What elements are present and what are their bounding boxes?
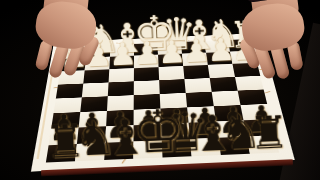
- square-d5[interactable]: [160, 93, 187, 109]
- square-h7[interactable]: ♟: [49, 128, 79, 146]
- square-h8[interactable]: ♜: [46, 144, 77, 163]
- square-f5[interactable]: [107, 95, 134, 111]
- square-c3[interactable]: [183, 65, 210, 79]
- square-c6[interactable]: [187, 106, 216, 123]
- white-bishop: ♝: [109, 20, 134, 56]
- square-g5[interactable]: [80, 96, 108, 112]
- square-e8[interactable]: ♚: [133, 140, 162, 159]
- right-hand: [226, 0, 314, 86]
- square-f3[interactable]: [109, 68, 134, 82]
- square-e2[interactable]: ♟: [134, 55, 159, 68]
- square-d4[interactable]: [159, 79, 186, 94]
- square-h5[interactable]: [54, 97, 82, 113]
- square-f2[interactable]: ♟: [109, 56, 134, 70]
- square-a8[interactable]: ♜: [247, 135, 280, 153]
- video-frame: ♜♞♝♚♛♝♞♜♟♟♟♟♟♟♟♟♟♟♟♟♟♟♟♟♜♞♝♚♛♝♞♜: [0, 0, 320, 180]
- square-c7[interactable]: ♟: [189, 122, 219, 139]
- square-b7[interactable]: ♟: [216, 120, 247, 137]
- left-hand: [28, 0, 112, 84]
- square-c8[interactable]: ♝: [190, 138, 221, 156]
- square-c5[interactable]: [186, 92, 214, 108]
- square-d8[interactable]: ♛: [162, 139, 192, 158]
- square-e4[interactable]: [134, 80, 160, 95]
- square-d6[interactable]: [160, 107, 188, 124]
- square-b8[interactable]: ♞: [218, 137, 250, 155]
- square-g4[interactable]: [82, 82, 109, 97]
- square-b6[interactable]: [214, 105, 244, 121]
- square-f8[interactable]: ♝: [104, 141, 133, 160]
- square-a7[interactable]: ♟: [243, 119, 274, 136]
- square-f6[interactable]: [106, 110, 134, 127]
- square-h4[interactable]: [56, 84, 83, 99]
- square-c4[interactable]: [184, 78, 211, 93]
- square-f7[interactable]: ♟: [105, 125, 133, 143]
- square-e5[interactable]: [134, 94, 161, 110]
- square-d7[interactable]: ♟: [161, 123, 190, 140]
- white-king: ♚: [132, 13, 158, 55]
- square-h6[interactable]: [51, 112, 80, 129]
- white-bishop: ♝: [180, 17, 205, 53]
- square-g8[interactable]: ♞: [75, 143, 105, 162]
- square-e6[interactable]: [134, 109, 161, 126]
- square-g7[interactable]: ♟: [77, 126, 106, 144]
- square-c2[interactable]: ♟: [182, 53, 208, 66]
- square-g6[interactable]: [79, 111, 107, 128]
- square-d2[interactable]: ♟: [158, 54, 183, 67]
- square-e3[interactable]: [134, 67, 159, 81]
- square-a5[interactable]: [238, 89, 268, 105]
- square-e7[interactable]: ♟: [133, 124, 161, 142]
- white-queen: ♛: [156, 15, 182, 54]
- square-a6[interactable]: [240, 104, 270, 120]
- square-b5[interactable]: [212, 91, 241, 107]
- square-d3[interactable]: [159, 66, 185, 80]
